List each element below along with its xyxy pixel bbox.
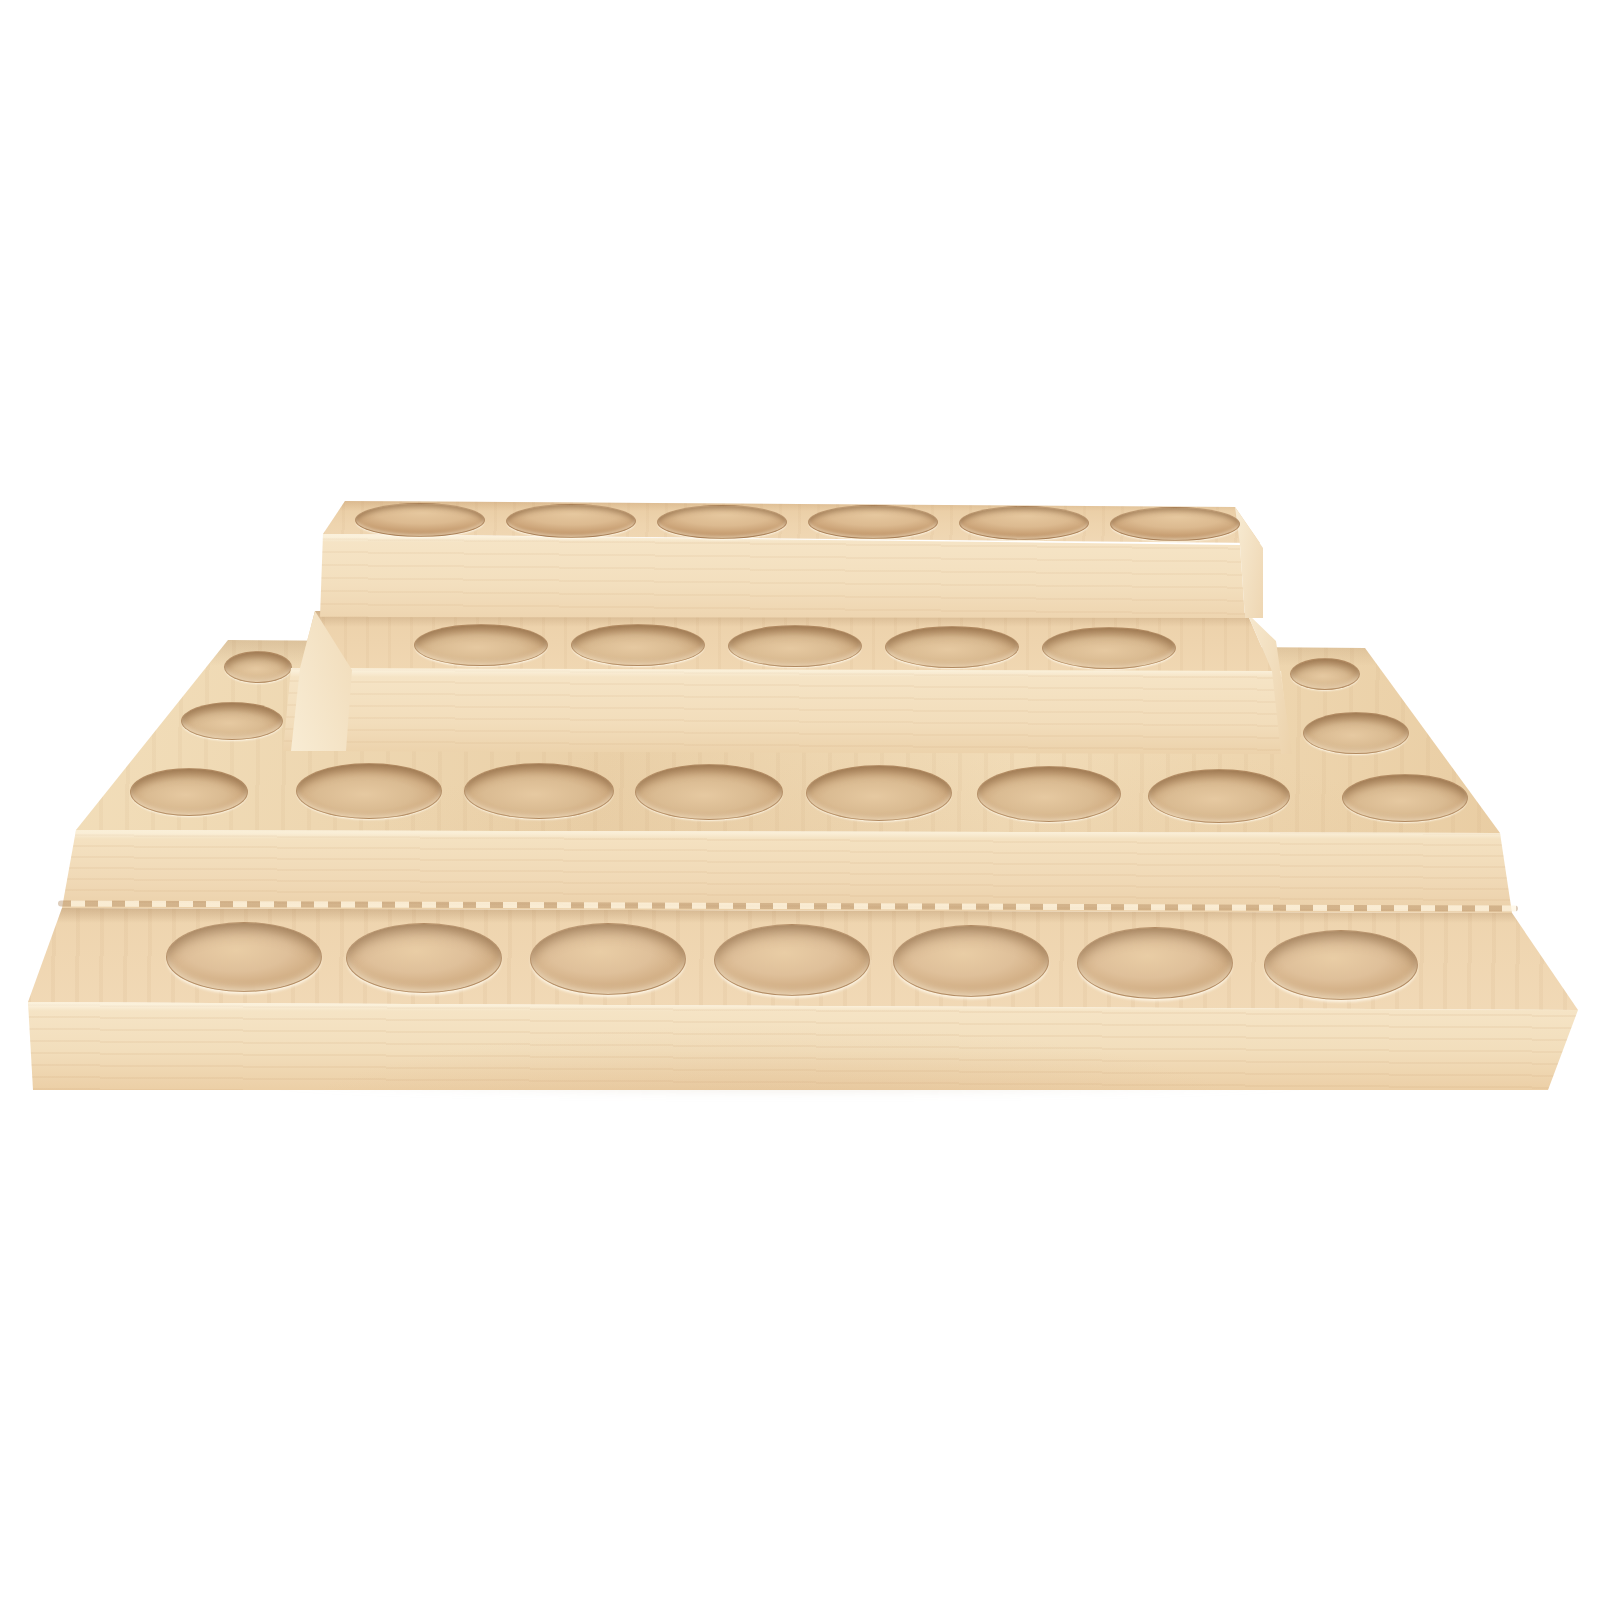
tier-1-pit-4[interactable] [808, 505, 938, 539]
tier-3-pit-1[interactable] [224, 651, 292, 683]
wooden-tiered-rack-photo [0, 0, 1600, 1600]
tier-3-pit-8[interactable] [635, 764, 783, 820]
tier-3-pit-11[interactable] [1148, 769, 1290, 823]
tier-2-pit-2[interactable] [571, 624, 705, 666]
tier-4-pit-6[interactable] [1077, 927, 1233, 999]
tier-3-pit-4[interactable] [1303, 712, 1409, 754]
tier-1-pit-1[interactable] [355, 503, 485, 537]
tier-3-pit-6[interactable] [296, 763, 442, 819]
tier-3-pit-10[interactable] [977, 766, 1121, 822]
tier-1-pit-6[interactable] [1110, 507, 1240, 541]
tier-4-pit-3[interactable] [530, 923, 686, 995]
tier-2-pit-1[interactable] [414, 624, 548, 666]
tier-4-pit-7[interactable] [1264, 930, 1418, 1000]
tier-3-pit-2[interactable] [181, 702, 283, 740]
tier-4-front-face [28, 1002, 1578, 1090]
tier-2-front-face [283, 668, 1290, 754]
tier-1-pit-2[interactable] [506, 504, 636, 538]
tier-4-pit-1[interactable] [166, 922, 322, 992]
tier-1-pit-5[interactable] [959, 506, 1089, 540]
tier-1-front-face [320, 534, 1245, 618]
tier-3-pit-5[interactable] [130, 768, 248, 816]
tier-4-pit-5[interactable] [893, 925, 1049, 997]
tier-3-pit-3[interactable] [1290, 658, 1360, 690]
tier-3-pit-7[interactable] [464, 763, 614, 819]
tier-4-pit-2[interactable] [346, 923, 502, 993]
tier-4-pit-4[interactable] [714, 924, 870, 996]
tier-1-pit-3[interactable] [657, 505, 787, 539]
tier-2-pit-3[interactable] [728, 625, 862, 667]
tier-2-pit-5[interactable] [1042, 627, 1176, 669]
tier-2-pit-4[interactable] [885, 626, 1019, 668]
tier-3-pit-12[interactable] [1342, 774, 1468, 822]
tier-3-pit-9[interactable] [806, 765, 952, 821]
